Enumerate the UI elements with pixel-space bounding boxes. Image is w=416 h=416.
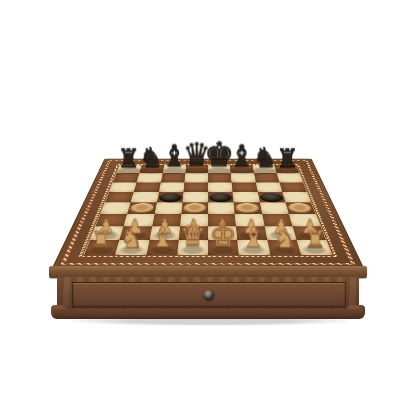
chess-board: ♜♞♝♛♚♝♞♜♟♟♟♟♟♟♟♟♜♞♝♛♚♝♞♜ [53, 159, 363, 268]
wooden-case-front [57, 277, 359, 311]
knight-glyph: ♞ [120, 225, 143, 251]
bishop-glyph: ♝ [241, 223, 266, 250]
white-checker-disc-b4[interactable] [130, 203, 155, 213]
white-checker-disc-h4[interactable] [287, 203, 313, 213]
pieces-layer: ♜♞♝♛♚♝♞♜♟♟♟♟♟♟♟♟♜♞♝♛♚♝♞♜ [84, 165, 332, 255]
black-checker-disc-c5[interactable] [158, 192, 182, 201]
black-checker-disc-e5[interactable] [209, 192, 232, 201]
rook-glyph: ♜ [276, 146, 299, 171]
king-glyph: ♚ [209, 220, 237, 251]
bishop-glyph: ♝ [150, 223, 175, 250]
rook-glyph: ♜ [90, 227, 111, 251]
rook-glyph: ♜ [304, 227, 325, 251]
storage-drawer [72, 282, 346, 308]
case-drop-shadow [70, 316, 350, 326]
drawer-knob [204, 290, 214, 300]
knight-glyph: ♞ [273, 225, 296, 251]
knight-glyph: ♞ [139, 144, 164, 171]
queen-glyph: ♛ [180, 221, 206, 250]
knight-glyph: ♞ [252, 144, 277, 171]
black-checker-disc-g5[interactable] [259, 192, 284, 201]
bishop-glyph: ♝ [161, 142, 187, 172]
product-photo-scene: ♜♞♝♛♚♝♞♜♟♟♟♟♟♟♟♟♜♞♝♛♚♝♞♜ [0, 0, 416, 416]
board-perspective-wrapper: ♜♞♝♛♚♝♞♜♟♟♟♟♟♟♟♟♜♞♝♛♚♝♞♜ [53, 0, 363, 268]
rook-glyph: ♜ [117, 146, 140, 171]
bishop-glyph: ♝ [229, 142, 255, 172]
white-checker-disc-d4[interactable] [183, 203, 206, 213]
white-checker-disc-f4[interactable] [236, 203, 260, 213]
